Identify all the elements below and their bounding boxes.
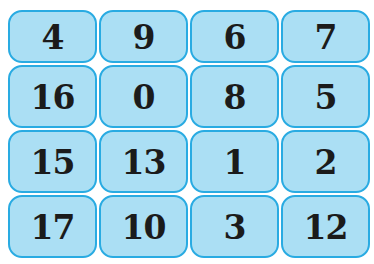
tile-number: 17 <box>31 211 75 244</box>
tile-r0c1[interactable]: 9 <box>99 10 188 63</box>
puzzle-screenshot: 4 9 6 7 16 0 8 5 15 13 1 2 17 10 3 12 <box>0 0 374 264</box>
tile-r2c3[interactable]: 2 <box>281 130 370 193</box>
tile-number: 10 <box>122 211 166 244</box>
tile-number: 15 <box>31 146 75 179</box>
tile-number: 12 <box>304 211 348 244</box>
tile-r0c3[interactable]: 7 <box>281 10 370 63</box>
tile-number: 0 <box>133 81 155 114</box>
tile-number: 2 <box>315 146 337 179</box>
tile-r1c0[interactable]: 16 <box>8 65 97 128</box>
tile-r1c2[interactable]: 8 <box>190 65 279 128</box>
tile-number: 9 <box>133 21 155 54</box>
tile-r3c0[interactable]: 17 <box>8 195 97 258</box>
tile-r3c3[interactable]: 12 <box>281 195 370 258</box>
tile-r1c3[interactable]: 5 <box>281 65 370 128</box>
tile-r2c2[interactable]: 1 <box>190 130 279 193</box>
tile-number: 5 <box>315 81 337 114</box>
tile-number: 4 <box>42 21 64 54</box>
tile-number: 8 <box>224 81 246 114</box>
tile-number: 13 <box>122 146 166 179</box>
tile-r3c2[interactable]: 3 <box>190 195 279 258</box>
tile-number: 1 <box>224 146 246 179</box>
tile-number: 3 <box>224 211 246 244</box>
tile-r0c2[interactable]: 6 <box>190 10 279 63</box>
tile-number: 16 <box>31 81 75 114</box>
number-board: 4 9 6 7 16 0 8 5 15 13 1 2 17 10 3 12 <box>8 10 370 258</box>
tile-number: 7 <box>315 21 337 54</box>
tile-r1c1[interactable]: 0 <box>99 65 188 128</box>
tile-r3c1[interactable]: 10 <box>99 195 188 258</box>
tile-r2c1[interactable]: 13 <box>99 130 188 193</box>
tile-number: 6 <box>224 21 246 54</box>
tile-r2c0[interactable]: 15 <box>8 130 97 193</box>
tile-r0c0[interactable]: 4 <box>8 10 97 63</box>
